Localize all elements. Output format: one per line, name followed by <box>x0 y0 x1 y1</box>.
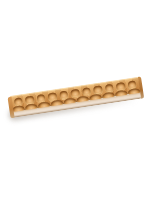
photo-canvas <box>0 0 150 200</box>
pit-top-1[interactable] <box>14 97 23 106</box>
pit-top-8[interactable] <box>93 85 102 94</box>
pit-top-10[interactable] <box>116 81 125 90</box>
pit-top-9[interactable] <box>105 83 114 92</box>
mancala-board <box>9 76 142 117</box>
pit-top-7[interactable] <box>82 86 91 95</box>
pit-top-6[interactable] <box>71 88 80 97</box>
